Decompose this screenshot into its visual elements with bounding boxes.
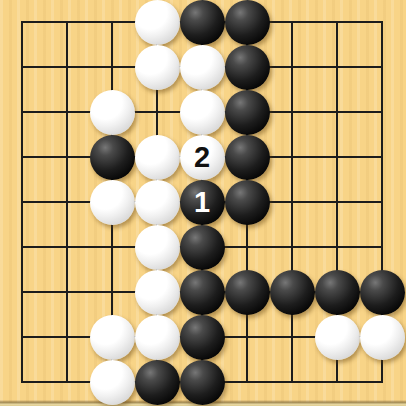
move-number-label: 2 — [194, 143, 210, 172]
black-stone[interactable] — [180, 315, 225, 360]
black-stone[interactable] — [180, 0, 225, 45]
intersection-B9[interactable] — [45, 0, 90, 45]
intersection-B8[interactable] — [45, 45, 90, 90]
intersection-G7[interactable] — [270, 90, 315, 135]
intersection-A4[interactable] — [0, 225, 45, 270]
intersection-F4[interactable] — [225, 225, 270, 270]
intersection-C7[interactable] — [90, 90, 135, 135]
intersection-D9[interactable] — [135, 0, 180, 45]
intersection-A8[interactable] — [0, 45, 45, 90]
intersection-J8[interactable] — [360, 45, 405, 90]
black-stone[interactable] — [225, 180, 270, 225]
intersection-H6[interactable] — [315, 135, 360, 180]
intersection-B1[interactable] — [45, 360, 90, 405]
intersection-F1[interactable] — [225, 360, 270, 405]
intersection-E8[interactable] — [180, 45, 225, 90]
intersection-C2[interactable] — [90, 315, 135, 360]
intersection-G6[interactable] — [270, 135, 315, 180]
go-board: 21 — [0, 0, 406, 406]
black-stone[interactable] — [225, 0, 270, 45]
intersection-A6[interactable] — [0, 135, 45, 180]
intersection-C1[interactable] — [90, 360, 135, 405]
intersection-C6[interactable] — [90, 135, 135, 180]
intersection-G9[interactable] — [270, 0, 315, 45]
intersection-D7[interactable] — [135, 90, 180, 135]
intersection-D4[interactable] — [135, 225, 180, 270]
black-stone[interactable] — [180, 360, 225, 405]
intersection-F8[interactable] — [225, 45, 270, 90]
intersection-D1[interactable] — [135, 360, 180, 405]
intersection-H4[interactable] — [315, 225, 360, 270]
white-stone[interactable] — [135, 180, 180, 225]
white-stone[interactable] — [90, 180, 135, 225]
intersection-B6[interactable] — [45, 135, 90, 180]
intersection-A2[interactable] — [0, 315, 45, 360]
intersection-C4[interactable] — [90, 225, 135, 270]
black-stone[interactable] — [225, 270, 270, 315]
intersection-H2[interactable] — [315, 315, 360, 360]
intersection-D5[interactable] — [135, 180, 180, 225]
intersection-J5[interactable] — [360, 180, 405, 225]
intersection-D6[interactable] — [135, 135, 180, 180]
white-stone[interactable] — [90, 90, 135, 135]
intersection-J6[interactable] — [360, 135, 405, 180]
intersection-F6[interactable] — [225, 135, 270, 180]
intersection-H3[interactable] — [315, 270, 360, 315]
intersection-A9[interactable] — [0, 0, 45, 45]
white-stone[interactable] — [135, 270, 180, 315]
intersection-E5[interactable]: 1 — [180, 180, 225, 225]
white-stone[interactable] — [135, 315, 180, 360]
white-stone[interactable] — [135, 135, 180, 180]
intersection-D2[interactable] — [135, 315, 180, 360]
black-stone[interactable] — [315, 270, 360, 315]
intersection-H8[interactable] — [315, 45, 360, 90]
intersection-E2[interactable] — [180, 315, 225, 360]
white-stone[interactable] — [360, 315, 405, 360]
intersection-E4[interactable] — [180, 225, 225, 270]
intersection-J2[interactable] — [360, 315, 405, 360]
white-stone[interactable] — [315, 315, 360, 360]
intersection-C5[interactable] — [90, 180, 135, 225]
intersection-F7[interactable] — [225, 90, 270, 135]
intersection-E7[interactable] — [180, 90, 225, 135]
intersection-E9[interactable] — [180, 0, 225, 45]
intersection-A1[interactable] — [0, 360, 45, 405]
go-app-viewport: 21 — [0, 0, 406, 406]
intersection-B4[interactable] — [45, 225, 90, 270]
intersection-G4[interactable] — [270, 225, 315, 270]
intersection-H5[interactable] — [315, 180, 360, 225]
intersection-A3[interactable] — [0, 270, 45, 315]
intersection-H1[interactable] — [315, 360, 360, 405]
intersection-G5[interactable] — [270, 180, 315, 225]
intersection-C8[interactable] — [90, 45, 135, 90]
black-stone[interactable] — [225, 45, 270, 90]
intersection-H7[interactable] — [315, 90, 360, 135]
intersection-G3[interactable] — [270, 270, 315, 315]
white-stone[interactable] — [90, 360, 135, 405]
intersection-J9[interactable] — [360, 0, 405, 45]
intersection-F5[interactable] — [225, 180, 270, 225]
black-stone[interactable] — [360, 270, 405, 315]
white-stone[interactable] — [135, 45, 180, 90]
intersection-B7[interactable] — [45, 90, 90, 135]
intersection-B3[interactable] — [45, 270, 90, 315]
intersection-G2[interactable] — [270, 315, 315, 360]
intersection-A5[interactable] — [0, 180, 45, 225]
intersection-J1[interactable] — [360, 360, 405, 405]
white-stone[interactable] — [180, 90, 225, 135]
white-stone[interactable] — [135, 225, 180, 270]
intersection-A7[interactable] — [0, 90, 45, 135]
black-stone[interactable] — [90, 135, 135, 180]
intersection-J7[interactable] — [360, 90, 405, 135]
intersection-E6[interactable]: 2 — [180, 135, 225, 180]
black-stone[interactable] — [135, 360, 180, 405]
white-stone[interactable] — [180, 45, 225, 90]
intersection-B2[interactable] — [45, 315, 90, 360]
white-stone[interactable]: 2 — [180, 135, 225, 180]
intersection-D3[interactable] — [135, 270, 180, 315]
black-stone[interactable] — [225, 135, 270, 180]
black-stone[interactable] — [180, 270, 225, 315]
intersection-C3[interactable] — [90, 270, 135, 315]
move-number-label: 1 — [194, 188, 210, 217]
intersection-C9[interactable] — [90, 0, 135, 45]
intersection-E3[interactable] — [180, 270, 225, 315]
black-stone[interactable] — [270, 270, 315, 315]
intersection-H9[interactable] — [315, 0, 360, 45]
white-stone[interactable] — [90, 315, 135, 360]
intersection-B5[interactable] — [45, 180, 90, 225]
intersection-F2[interactable] — [225, 315, 270, 360]
intersection-E1[interactable] — [180, 360, 225, 405]
black-stone[interactable] — [180, 225, 225, 270]
intersection-D8[interactable] — [135, 45, 180, 90]
intersection-J3[interactable] — [360, 270, 405, 315]
intersection-F9[interactable] — [225, 0, 270, 45]
white-stone[interactable] — [135, 0, 180, 45]
intersection-G1[interactable] — [270, 360, 315, 405]
black-stone[interactable]: 1 — [180, 180, 225, 225]
black-stone[interactable] — [225, 90, 270, 135]
intersection-G8[interactable] — [270, 45, 315, 90]
intersection-F3[interactable] — [225, 270, 270, 315]
intersection-J4[interactable] — [360, 225, 405, 270]
